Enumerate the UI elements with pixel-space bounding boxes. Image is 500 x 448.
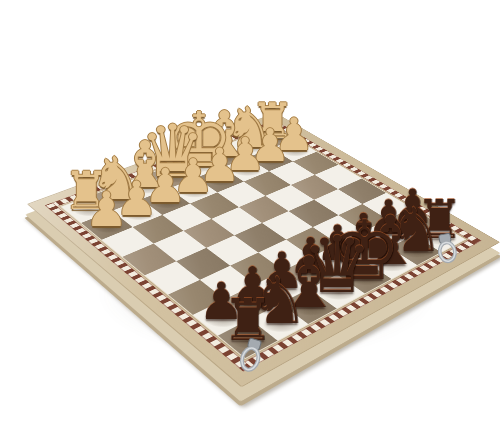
chess-set-photo: ♜♞♝♛♚♝♞♜♟♟♟♟♟♟♟♟♟♟♟♟♟♟♟♟♜♞♝♛♚♝♞♜ bbox=[0, 0, 500, 448]
right-clasp-icon bbox=[429, 231, 464, 270]
